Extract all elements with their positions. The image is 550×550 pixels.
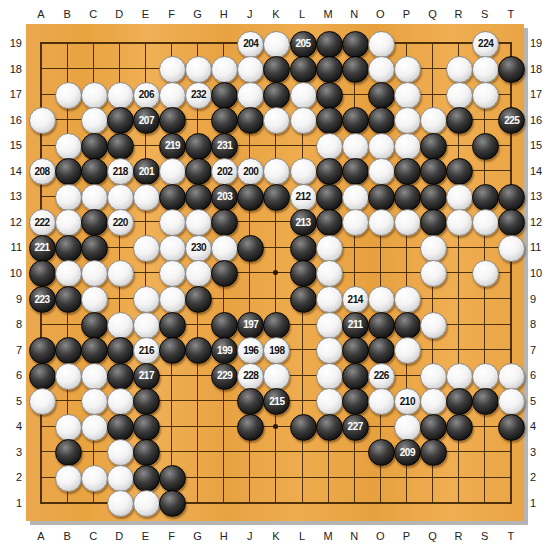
black-stone[interactable]: 221 xyxy=(29,235,56,262)
black-stone[interactable] xyxy=(342,337,369,364)
white-stone[interactable] xyxy=(185,56,212,83)
black-stone[interactable] xyxy=(29,363,56,390)
row-label-left: 12 xyxy=(2,215,22,229)
white-stone[interactable]: 226 xyxy=(368,363,395,390)
white-stone[interactable] xyxy=(133,286,160,313)
row-label-left: 14 xyxy=(2,164,22,178)
black-stone[interactable]: 203 xyxy=(211,184,238,211)
row-label-right: 6 xyxy=(530,368,550,382)
white-stone[interactable] xyxy=(368,158,395,185)
black-stone[interactable] xyxy=(316,158,343,185)
row-label-right: 9 xyxy=(530,292,550,306)
white-stone[interactable]: 230 xyxy=(185,235,212,262)
white-stone[interactable] xyxy=(316,363,343,390)
black-stone[interactable]: 227 xyxy=(342,414,369,441)
white-stone[interactable] xyxy=(342,133,369,160)
column-label-top: N xyxy=(350,7,358,21)
black-stone[interactable] xyxy=(211,82,238,109)
black-stone[interactable] xyxy=(342,107,369,134)
column-label-top: H xyxy=(220,7,228,21)
black-stone[interactable] xyxy=(316,31,343,58)
black-stone[interactable] xyxy=(316,209,343,236)
black-stone[interactable] xyxy=(237,235,264,262)
black-stone[interactable] xyxy=(159,107,186,134)
move-number: 209 xyxy=(400,448,415,458)
white-stone[interactable] xyxy=(237,82,264,109)
column-label-bottom: F xyxy=(168,529,175,543)
white-stone[interactable] xyxy=(498,363,525,390)
column-label-bottom: S xyxy=(481,529,488,543)
black-stone[interactable] xyxy=(133,388,160,415)
white-stone[interactable] xyxy=(159,82,186,109)
column-label-top: R xyxy=(455,7,463,21)
column-label-bottom: L xyxy=(299,529,305,543)
white-stone[interactable] xyxy=(81,388,108,415)
row-label-left: 13 xyxy=(2,189,22,203)
white-stone[interactable]: 220 xyxy=(107,209,134,236)
row-label-right: 5 xyxy=(530,394,550,408)
white-stone[interactable] xyxy=(133,312,160,339)
black-stone[interactable]: 197 xyxy=(237,312,264,339)
move-number: 211 xyxy=(348,320,363,330)
row-label-left: 11 xyxy=(2,240,22,254)
move-number: 217 xyxy=(139,371,154,381)
black-stone[interactable]: 223 xyxy=(29,286,56,313)
white-stone[interactable] xyxy=(81,260,108,287)
black-stone[interactable] xyxy=(368,184,395,211)
black-stone[interactable] xyxy=(55,439,82,466)
white-stone[interactable] xyxy=(55,209,82,236)
white-stone[interactable]: 216 xyxy=(133,337,160,364)
row-label-left: 6 xyxy=(2,368,22,382)
white-stone[interactable] xyxy=(446,363,473,390)
white-stone[interactable] xyxy=(29,107,56,134)
white-stone[interactable] xyxy=(290,107,317,134)
row-label-left: 9 xyxy=(2,292,22,306)
column-label-bottom: D xyxy=(115,529,123,543)
column-label-bottom: R xyxy=(455,529,463,543)
white-stone[interactable] xyxy=(107,490,134,517)
black-stone[interactable] xyxy=(316,107,343,134)
white-stone[interactable] xyxy=(394,107,421,134)
white-stone[interactable]: 218 xyxy=(107,158,134,185)
black-stone[interactable] xyxy=(55,158,82,185)
black-stone[interactable] xyxy=(263,82,290,109)
row-label-left: 3 xyxy=(2,445,22,459)
move-number: 196 xyxy=(243,346,258,356)
black-stone[interactable] xyxy=(316,56,343,83)
white-stone[interactable] xyxy=(55,363,82,390)
white-stone[interactable] xyxy=(394,133,421,160)
column-label-bottom: H xyxy=(220,529,228,543)
column-label-bottom: E xyxy=(142,529,149,543)
column-label-top: M xyxy=(324,7,333,21)
row-label-right: 10 xyxy=(530,266,550,280)
column-label-bottom: Q xyxy=(428,529,437,543)
white-stone[interactable] xyxy=(107,439,134,466)
black-stone[interactable]: 217 xyxy=(133,363,160,390)
black-stone[interactable] xyxy=(368,312,395,339)
black-stone[interactable] xyxy=(133,414,160,441)
white-stone[interactable]: 206 xyxy=(133,82,160,109)
white-stone[interactable] xyxy=(368,31,395,58)
move-number: 215 xyxy=(269,397,284,407)
column-label-top: J xyxy=(247,7,253,21)
column-label-top: Q xyxy=(428,7,437,21)
white-stone[interactable] xyxy=(420,312,447,339)
black-stone[interactable] xyxy=(368,337,395,364)
row-label-right: 7 xyxy=(530,343,550,357)
move-number: 232 xyxy=(191,90,206,100)
white-stone[interactable] xyxy=(394,56,421,83)
row-label-left: 19 xyxy=(2,36,22,50)
row-label-right: 16 xyxy=(530,113,550,127)
column-label-top: A xyxy=(37,7,44,21)
white-stone[interactable] xyxy=(420,363,447,390)
white-stone[interactable] xyxy=(394,337,421,364)
move-number: 225 xyxy=(504,116,519,126)
black-stone[interactable] xyxy=(290,56,317,83)
white-stone[interactable] xyxy=(133,235,160,262)
column-label-bottom: P xyxy=(403,529,410,543)
white-stone[interactable] xyxy=(316,337,343,364)
move-number: 221 xyxy=(34,243,49,253)
column-label-top: P xyxy=(403,7,410,21)
row-label-right: 11 xyxy=(530,240,550,254)
white-stone[interactable] xyxy=(316,312,343,339)
white-stone[interactable] xyxy=(107,82,134,109)
black-stone[interactable] xyxy=(133,465,160,492)
black-stone[interactable] xyxy=(290,414,317,441)
row-label-left: 8 xyxy=(2,317,22,331)
black-stone[interactable] xyxy=(81,235,108,262)
white-stone[interactable] xyxy=(55,414,82,441)
row-label-right: 18 xyxy=(530,62,550,76)
black-stone[interactable] xyxy=(185,133,212,160)
black-stone[interactable] xyxy=(29,260,56,287)
move-number: 228 xyxy=(243,371,258,381)
black-stone[interactable]: 201 xyxy=(133,158,160,185)
black-stone[interactable] xyxy=(394,184,421,211)
white-stone[interactable] xyxy=(446,56,473,83)
black-stone[interactable] xyxy=(81,337,108,364)
column-label-top: B xyxy=(63,7,70,21)
column-label-bottom: M xyxy=(324,529,333,543)
white-stone[interactable] xyxy=(133,184,160,211)
white-stone[interactable] xyxy=(263,31,290,58)
white-stone[interactable] xyxy=(107,184,134,211)
white-stone[interactable] xyxy=(55,133,82,160)
move-number: 205 xyxy=(295,39,310,49)
row-label-right: 8 xyxy=(530,317,550,331)
white-stone[interactable] xyxy=(81,286,108,313)
row-label-right: 4 xyxy=(530,419,550,433)
black-stone[interactable] xyxy=(81,209,108,236)
white-stone[interactable] xyxy=(81,107,108,134)
white-stone[interactable]: 232 xyxy=(185,82,212,109)
black-stone[interactable] xyxy=(420,184,447,211)
move-number: 222 xyxy=(34,218,49,228)
column-label-bottom: J xyxy=(247,529,253,543)
row-label-left: 15 xyxy=(2,138,22,152)
black-stone[interactable] xyxy=(342,31,369,58)
white-stone[interactable] xyxy=(394,414,421,441)
black-stone[interactable] xyxy=(55,337,82,364)
white-stone[interactable] xyxy=(316,260,343,287)
black-stone[interactable] xyxy=(81,312,108,339)
move-number: 214 xyxy=(348,295,363,305)
white-stone[interactable] xyxy=(159,286,186,313)
column-label-top: G xyxy=(193,7,202,21)
black-stone[interactable] xyxy=(342,56,369,83)
white-stone[interactable] xyxy=(290,158,317,185)
column-label-top: L xyxy=(299,7,305,21)
white-stone[interactable] xyxy=(81,82,108,109)
black-stone[interactable] xyxy=(159,312,186,339)
white-stone[interactable] xyxy=(316,235,343,262)
white-stone[interactable] xyxy=(472,363,499,390)
move-number: 200 xyxy=(243,167,258,177)
white-stone[interactable]: 222 xyxy=(29,209,56,236)
black-stone[interactable]: 207 xyxy=(133,107,160,134)
black-stone[interactable]: 219 xyxy=(159,133,186,160)
go-game-screenshot: AABBCCDDEEFFGGHHJJKKLLMMNNOOPPQQRRSSTT19… xyxy=(0,0,550,550)
white-stone[interactable] xyxy=(107,388,134,415)
row-label-left: 2 xyxy=(2,470,22,484)
row-label-left: 4 xyxy=(2,419,22,433)
black-stone[interactable] xyxy=(185,337,212,364)
white-stone[interactable] xyxy=(368,388,395,415)
column-label-top: T xyxy=(507,7,514,21)
white-stone[interactable] xyxy=(420,235,447,262)
white-stone[interactable]: 208 xyxy=(29,158,56,185)
row-label-right: 1 xyxy=(530,496,550,510)
row-label-right: 3 xyxy=(530,445,550,459)
black-stone[interactable] xyxy=(420,133,447,160)
black-stone[interactable] xyxy=(342,363,369,390)
column-label-bottom: C xyxy=(89,529,97,543)
row-label-right: 13 xyxy=(530,189,550,203)
column-label-bottom: N xyxy=(350,529,358,543)
move-number: 210 xyxy=(400,397,415,407)
white-stone[interactable] xyxy=(29,388,56,415)
white-stone[interactable]: 224 xyxy=(472,31,499,58)
move-number: 216 xyxy=(139,346,154,356)
white-stone[interactable] xyxy=(316,388,343,415)
black-stone[interactable]: 205 xyxy=(290,31,317,58)
column-label-bottom: B xyxy=(63,529,70,543)
white-stone[interactable] xyxy=(211,235,238,262)
column-label-bottom: G xyxy=(193,529,202,543)
column-label-bottom: O xyxy=(376,529,385,543)
move-number: 224 xyxy=(478,39,493,49)
black-stone[interactable] xyxy=(263,312,290,339)
white-stone[interactable] xyxy=(107,465,134,492)
white-stone[interactable] xyxy=(81,465,108,492)
black-stone[interactable] xyxy=(237,184,264,211)
black-stone[interactable] xyxy=(368,82,395,109)
column-label-top: K xyxy=(272,7,279,21)
white-stone[interactable] xyxy=(81,363,108,390)
row-label-left: 7 xyxy=(2,343,22,357)
row-label-right: 15 xyxy=(530,138,550,152)
column-label-top: C xyxy=(89,7,97,21)
white-stone[interactable] xyxy=(368,286,395,313)
row-label-left: 17 xyxy=(2,87,22,101)
column-label-top: F xyxy=(168,7,175,21)
column-label-bottom: T xyxy=(507,529,514,543)
white-stone[interactable] xyxy=(368,209,395,236)
column-label-top: E xyxy=(142,7,149,21)
black-stone[interactable] xyxy=(237,414,264,441)
black-stone[interactable] xyxy=(472,184,499,211)
black-stone[interactable] xyxy=(29,337,56,364)
black-stone[interactable] xyxy=(185,184,212,211)
black-stone[interactable] xyxy=(290,286,317,313)
white-stone[interactable] xyxy=(55,260,82,287)
move-number: 230 xyxy=(191,243,206,253)
move-number: 212 xyxy=(295,192,310,202)
white-stone[interactable] xyxy=(81,184,108,211)
black-stone[interactable] xyxy=(316,184,343,211)
row-label-right: 12 xyxy=(530,215,550,229)
black-stone[interactable] xyxy=(55,286,82,313)
column-label-bottom: A xyxy=(37,529,44,543)
black-stone[interactable] xyxy=(290,235,317,262)
white-stone[interactable] xyxy=(420,388,447,415)
black-stone[interactable] xyxy=(159,465,186,492)
black-stone[interactable]: 211 xyxy=(342,312,369,339)
black-stone[interactable] xyxy=(290,260,317,287)
black-stone[interactable] xyxy=(316,82,343,109)
black-stone[interactable] xyxy=(159,184,186,211)
column-label-top: S xyxy=(481,7,488,21)
row-label-right: 2 xyxy=(530,470,550,484)
black-stone[interactable] xyxy=(81,158,108,185)
white-stone[interactable] xyxy=(107,312,134,339)
white-stone[interactable] xyxy=(498,235,525,262)
white-stone[interactable]: 214 xyxy=(342,286,369,313)
black-stone[interactable] xyxy=(446,414,473,441)
white-stone[interactable] xyxy=(446,184,473,211)
black-stone[interactable]: 231 xyxy=(211,133,238,160)
black-stone[interactable] xyxy=(107,107,134,134)
black-stone[interactable] xyxy=(107,337,134,364)
white-stone[interactable] xyxy=(446,82,473,109)
grid-line-horizontal xyxy=(40,298,512,299)
white-stone[interactable] xyxy=(263,363,290,390)
move-number: 223 xyxy=(34,295,49,305)
white-stone[interactable]: 204 xyxy=(237,31,264,58)
move-number: 198 xyxy=(269,346,284,356)
column-label-top: O xyxy=(376,7,385,21)
black-stone[interactable]: 209 xyxy=(394,439,421,466)
row-label-right: 19 xyxy=(530,36,550,50)
black-stone[interactable] xyxy=(498,414,525,441)
black-stone[interactable] xyxy=(472,133,499,160)
move-number: 231 xyxy=(217,141,232,151)
row-label-left: 1 xyxy=(2,496,22,510)
white-stone[interactable] xyxy=(159,235,186,262)
white-stone[interactable]: 212 xyxy=(290,184,317,211)
black-stone[interactable] xyxy=(394,312,421,339)
black-stone[interactable]: 229 xyxy=(211,363,238,390)
black-stone[interactable] xyxy=(420,414,447,441)
black-stone[interactable] xyxy=(81,133,108,160)
move-number: 227 xyxy=(348,422,363,432)
row-label-left: 5 xyxy=(2,394,22,408)
white-stone[interactable] xyxy=(316,133,343,160)
move-number: 202 xyxy=(217,167,232,177)
row-label-right: 14 xyxy=(530,164,550,178)
white-stone[interactable] xyxy=(394,82,421,109)
white-stone[interactable] xyxy=(472,82,499,109)
black-stone[interactable] xyxy=(211,312,238,339)
move-number: 203 xyxy=(217,192,232,202)
move-number: 206 xyxy=(139,90,154,100)
white-stone[interactable] xyxy=(159,56,186,83)
white-stone[interactable] xyxy=(316,286,343,313)
black-stone[interactable] xyxy=(55,235,82,262)
black-stone[interactable] xyxy=(263,184,290,211)
move-number: 197 xyxy=(243,320,258,330)
move-number: 220 xyxy=(113,218,128,228)
white-stone[interactable] xyxy=(394,286,421,313)
black-stone[interactable] xyxy=(498,184,525,211)
move-number: 207 xyxy=(139,116,154,126)
move-number: 218 xyxy=(113,167,128,177)
black-stone[interactable] xyxy=(133,439,160,466)
column-label-top: D xyxy=(115,7,123,21)
white-stone[interactable] xyxy=(55,82,82,109)
row-label-left: 10 xyxy=(2,266,22,280)
white-stone[interactable] xyxy=(290,82,317,109)
white-stone[interactable] xyxy=(368,133,395,160)
white-stone[interactable] xyxy=(368,56,395,83)
white-stone[interactable] xyxy=(342,184,369,211)
move-number: 199 xyxy=(217,346,232,356)
row-label-left: 16 xyxy=(2,113,22,127)
black-stone[interactable]: 213 xyxy=(290,209,317,236)
black-stone[interactable] xyxy=(368,107,395,134)
black-stone[interactable] xyxy=(107,414,134,441)
white-stone[interactable] xyxy=(420,107,447,134)
move-number: 208 xyxy=(34,167,49,177)
white-stone[interactable] xyxy=(55,184,82,211)
move-number: 213 xyxy=(295,218,310,228)
white-stone[interactable] xyxy=(342,209,369,236)
black-stone[interactable] xyxy=(368,439,395,466)
black-stone[interactable] xyxy=(342,158,369,185)
move-number: 204 xyxy=(243,39,258,49)
black-stone[interactable] xyxy=(342,388,369,415)
black-stone[interactable] xyxy=(316,414,343,441)
move-number: 219 xyxy=(165,141,180,151)
white-stone[interactable]: 210 xyxy=(394,388,421,415)
black-stone[interactable] xyxy=(159,337,186,364)
move-number: 229 xyxy=(217,371,232,381)
white-stone[interactable] xyxy=(55,465,82,492)
black-stone[interactable] xyxy=(107,363,134,390)
black-stone[interactable] xyxy=(107,133,134,160)
move-number: 226 xyxy=(374,371,389,381)
white-stone[interactable]: 228 xyxy=(237,363,264,390)
row-label-right: 17 xyxy=(530,87,550,101)
row-label-left: 18 xyxy=(2,62,22,76)
white-stone[interactable] xyxy=(81,414,108,441)
black-stone[interactable] xyxy=(185,286,212,313)
black-stone[interactable] xyxy=(394,158,421,185)
